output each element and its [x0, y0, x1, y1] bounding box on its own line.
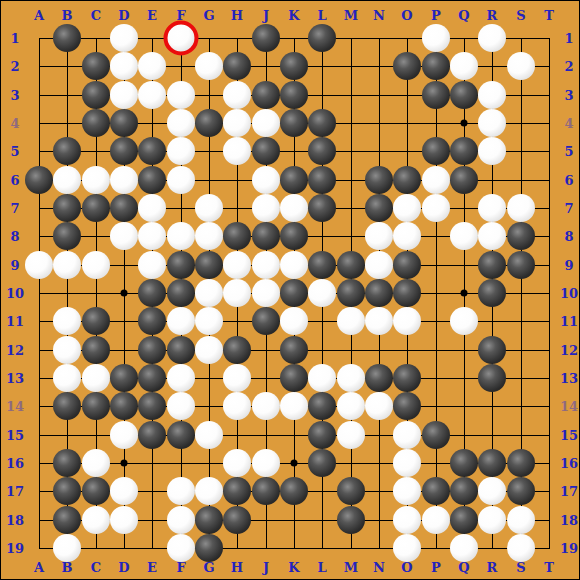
stone-white — [450, 52, 478, 80]
row-label-right: 14 — [560, 400, 578, 413]
star-point — [291, 460, 298, 467]
stone-white — [53, 307, 81, 335]
column-label-top: N — [373, 9, 385, 22]
stone-white — [167, 364, 195, 392]
stone-black — [337, 477, 365, 505]
column-label-bottom: E — [147, 561, 157, 574]
stone-white — [25, 251, 53, 279]
stone-black — [53, 506, 81, 534]
stone-white — [478, 194, 506, 222]
stone-white — [478, 137, 506, 165]
stone-black — [110, 194, 138, 222]
row-label-left: 2 — [10, 60, 19, 73]
stone-black — [53, 137, 81, 165]
stone-white — [53, 166, 81, 194]
column-label-top: H — [231, 9, 243, 22]
stone-black — [280, 364, 308, 392]
column-label-bottom: D — [118, 561, 129, 574]
row-label-left: 15 — [6, 429, 24, 442]
stone-white — [195, 52, 223, 80]
stone-white — [167, 137, 195, 165]
stone-white — [337, 364, 365, 392]
star-point — [121, 460, 128, 467]
stone-black — [308, 109, 336, 137]
stone-white — [223, 109, 251, 137]
column-label-top: Q — [458, 9, 469, 22]
stone-white — [393, 477, 421, 505]
grid-line-v — [549, 38, 550, 549]
stone-white — [110, 52, 138, 80]
stone-black — [507, 477, 535, 505]
stone-white — [507, 534, 535, 562]
column-label-top: R — [487, 9, 498, 22]
stone-black — [393, 364, 421, 392]
column-label-top: S — [516, 9, 525, 22]
stone-white — [478, 506, 506, 534]
column-label-bottom: A — [34, 561, 44, 574]
stone-black — [82, 81, 110, 109]
stone-black — [280, 336, 308, 364]
row-label-right: 16 — [560, 457, 578, 470]
stone-white — [110, 24, 138, 52]
stone-black — [252, 81, 280, 109]
stone-black — [252, 24, 280, 52]
stone-white — [478, 81, 506, 109]
stone-black — [53, 222, 81, 250]
stone-black — [365, 166, 393, 194]
stone-black — [280, 52, 308, 80]
stone-white — [138, 52, 166, 80]
grid-line-v — [39, 38, 40, 549]
stone-white — [138, 222, 166, 250]
stone-black — [167, 251, 195, 279]
stone-black — [138, 392, 166, 420]
row-label-left: 16 — [6, 457, 24, 470]
stone-white — [422, 194, 450, 222]
stone-black — [167, 421, 195, 449]
stone-black — [478, 279, 506, 307]
stone-black — [110, 109, 138, 137]
stone-black — [308, 421, 336, 449]
stone-black — [478, 336, 506, 364]
row-label-left: 3 — [10, 89, 19, 102]
column-label-bottom: P — [431, 561, 441, 574]
stone-white — [422, 24, 450, 52]
stone-black — [393, 251, 421, 279]
stone-white — [223, 449, 251, 477]
column-label-bottom: J — [263, 561, 269, 574]
stone-white — [478, 109, 506, 137]
column-label-bottom: C — [91, 561, 101, 574]
stone-white — [138, 194, 166, 222]
stone-white — [223, 137, 251, 165]
stone-white — [167, 81, 195, 109]
stone-black — [450, 81, 478, 109]
column-label-bottom: R — [487, 561, 498, 574]
stone-black — [337, 251, 365, 279]
stone-black — [365, 194, 393, 222]
last-move-marker — [164, 21, 199, 56]
row-label-right: 3 — [564, 89, 573, 102]
row-label-left: 6 — [10, 174, 19, 187]
star-point — [461, 120, 468, 127]
stone-black — [53, 24, 81, 52]
row-label-left: 17 — [6, 485, 24, 498]
column-label-bottom: O — [401, 561, 412, 574]
stone-white — [365, 392, 393, 420]
stone-white — [82, 166, 110, 194]
stone-white — [450, 534, 478, 562]
stone-black — [82, 392, 110, 420]
stone-black — [422, 52, 450, 80]
stone-black — [478, 364, 506, 392]
stone-black — [223, 506, 251, 534]
column-label-top: P — [431, 9, 441, 22]
row-label-left: 14 — [6, 400, 24, 413]
stone-white — [393, 534, 421, 562]
stone-black — [393, 279, 421, 307]
stone-white — [82, 364, 110, 392]
stone-white — [195, 194, 223, 222]
stone-white — [223, 81, 251, 109]
column-label-bottom: L — [317, 561, 326, 574]
column-label-bottom: S — [516, 561, 525, 574]
stone-white — [393, 421, 421, 449]
column-label-bottom: G — [203, 561, 214, 574]
stone-black — [308, 194, 336, 222]
stone-black — [450, 506, 478, 534]
column-label-bottom: M — [344, 561, 358, 574]
stone-black — [450, 449, 478, 477]
stone-white — [280, 194, 308, 222]
stone-white — [252, 251, 280, 279]
stone-black — [195, 506, 223, 534]
stone-white — [507, 506, 535, 534]
stone-white — [223, 364, 251, 392]
stone-white — [280, 392, 308, 420]
stone-black — [138, 166, 166, 194]
stone-black — [110, 392, 138, 420]
row-label-left: 18 — [6, 514, 24, 527]
column-label-top: M — [344, 9, 358, 22]
stone-white — [252, 392, 280, 420]
row-label-right: 17 — [560, 485, 578, 498]
row-label-right: 7 — [564, 202, 573, 215]
stone-white — [138, 251, 166, 279]
stone-white — [393, 222, 421, 250]
row-label-right: 1 — [564, 32, 573, 45]
stone-black — [82, 477, 110, 505]
stone-white — [337, 392, 365, 420]
stone-black — [308, 166, 336, 194]
stone-white — [223, 251, 251, 279]
stone-white — [82, 251, 110, 279]
stone-black — [223, 52, 251, 80]
stone-white — [422, 166, 450, 194]
stone-black — [507, 251, 535, 279]
stone-black — [53, 449, 81, 477]
stone-white — [393, 307, 421, 335]
stone-black — [138, 307, 166, 335]
stone-black — [280, 222, 308, 250]
stone-white — [82, 449, 110, 477]
go-board[interactable]: AABBCCDDEEFFGGHHJJKKLLMMNNOOPPQQRRSSTT11… — [0, 0, 580, 580]
stone-white — [53, 251, 81, 279]
stone-white — [167, 477, 195, 505]
star-point — [461, 290, 468, 297]
stone-black — [195, 109, 223, 137]
stone-white — [195, 421, 223, 449]
column-label-top: A — [34, 9, 44, 22]
row-label-left: 12 — [6, 344, 24, 357]
stone-white — [252, 109, 280, 137]
stone-white — [422, 506, 450, 534]
stone-black — [478, 251, 506, 279]
stone-black — [450, 166, 478, 194]
stone-black — [365, 364, 393, 392]
stone-black — [53, 392, 81, 420]
row-label-right: 2 — [564, 60, 573, 73]
row-label-left: 13 — [6, 372, 24, 385]
column-label-bottom: K — [288, 561, 299, 574]
column-label-bottom: F — [176, 561, 185, 574]
stone-white — [308, 364, 336, 392]
star-point — [121, 290, 128, 297]
grid-line-v — [436, 38, 437, 549]
stone-black — [393, 392, 421, 420]
stone-black — [110, 364, 138, 392]
stone-black — [223, 222, 251, 250]
stone-black — [422, 137, 450, 165]
row-label-left: 5 — [10, 145, 19, 158]
stone-white — [110, 222, 138, 250]
stone-white — [110, 421, 138, 449]
stone-white — [280, 251, 308, 279]
stone-white — [110, 166, 138, 194]
column-label-bottom: H — [231, 561, 243, 574]
column-label-bottom: T — [544, 561, 554, 574]
stone-black — [138, 421, 166, 449]
stone-white — [478, 222, 506, 250]
stone-white — [110, 506, 138, 534]
stone-white — [365, 251, 393, 279]
column-label-top: C — [91, 9, 101, 22]
stone-black — [308, 137, 336, 165]
row-label-right: 6 — [564, 174, 573, 187]
stone-black — [422, 421, 450, 449]
column-label-bottom: B — [62, 561, 73, 574]
stone-black — [82, 194, 110, 222]
stone-white — [337, 307, 365, 335]
column-label-top: L — [317, 9, 326, 22]
column-label-top: D — [118, 9, 129, 22]
row-label-right: 13 — [560, 372, 578, 385]
stone-white — [450, 307, 478, 335]
stone-white — [195, 279, 223, 307]
stone-white — [280, 307, 308, 335]
column-label-bottom: N — [373, 561, 385, 574]
stone-white — [110, 477, 138, 505]
stone-black — [53, 194, 81, 222]
stone-black — [252, 137, 280, 165]
stone-white — [110, 81, 138, 109]
stone-black — [82, 52, 110, 80]
stone-black — [223, 477, 251, 505]
stone-black — [507, 449, 535, 477]
stone-white — [393, 506, 421, 534]
stone-white — [138, 81, 166, 109]
column-label-top: J — [263, 9, 269, 22]
stone-black — [280, 477, 308, 505]
stone-black — [280, 109, 308, 137]
stone-white — [223, 392, 251, 420]
column-label-top: K — [288, 9, 299, 22]
stone-black — [252, 477, 280, 505]
stone-white — [393, 194, 421, 222]
stone-white — [167, 109, 195, 137]
column-label-bottom: Q — [458, 561, 469, 574]
stone-white — [195, 336, 223, 364]
stone-black — [308, 392, 336, 420]
stone-white — [82, 506, 110, 534]
stone-black — [337, 279, 365, 307]
stone-black — [450, 137, 478, 165]
stone-black — [110, 137, 138, 165]
column-label-top: B — [62, 9, 73, 22]
stone-white — [195, 307, 223, 335]
stone-white — [195, 477, 223, 505]
row-label-right: 12 — [560, 344, 578, 357]
stone-black — [138, 364, 166, 392]
row-label-right: 18 — [560, 514, 578, 527]
stone-black — [337, 506, 365, 534]
stone-black — [478, 449, 506, 477]
row-label-right: 10 — [560, 287, 578, 300]
stone-white — [167, 506, 195, 534]
stone-black — [308, 449, 336, 477]
stone-white — [53, 336, 81, 364]
stone-white — [252, 279, 280, 307]
stone-black — [25, 166, 53, 194]
stone-black — [138, 137, 166, 165]
row-label-right: 8 — [564, 230, 573, 243]
stone-black — [393, 166, 421, 194]
stone-black — [422, 477, 450, 505]
row-label-left: 10 — [6, 287, 24, 300]
column-label-top: E — [147, 9, 157, 22]
stone-black — [138, 279, 166, 307]
stone-black — [308, 251, 336, 279]
stone-white — [450, 222, 478, 250]
row-label-left: 8 — [10, 230, 19, 243]
row-label-right: 5 — [564, 145, 573, 158]
row-label-left: 7 — [10, 202, 19, 215]
stone-black — [82, 307, 110, 335]
stone-white — [167, 534, 195, 562]
stone-black — [53, 477, 81, 505]
stone-black — [365, 279, 393, 307]
stone-white — [252, 449, 280, 477]
stone-black — [450, 477, 478, 505]
stone-white — [507, 194, 535, 222]
stone-black — [280, 81, 308, 109]
row-label-left: 19 — [6, 542, 24, 555]
stone-black — [308, 24, 336, 52]
stone-black — [82, 336, 110, 364]
row-label-right: 19 — [560, 542, 578, 555]
stone-white — [337, 421, 365, 449]
stone-white — [167, 307, 195, 335]
stone-white — [478, 24, 506, 52]
stone-white — [167, 222, 195, 250]
stone-black — [280, 279, 308, 307]
stone-black — [393, 52, 421, 80]
stone-white — [365, 222, 393, 250]
stone-black — [252, 307, 280, 335]
row-label-right: 15 — [560, 429, 578, 442]
stone-white — [195, 222, 223, 250]
stone-white — [252, 194, 280, 222]
stone-white — [365, 307, 393, 335]
stone-black — [280, 166, 308, 194]
stone-white — [167, 166, 195, 194]
row-label-right: 11 — [560, 315, 578, 328]
row-label-left: 1 — [10, 32, 19, 45]
stone-white — [167, 392, 195, 420]
stone-white — [53, 534, 81, 562]
row-label-left: 9 — [10, 259, 19, 272]
stone-black — [422, 81, 450, 109]
row-label-right: 4 — [564, 117, 573, 130]
stone-black — [507, 222, 535, 250]
stone-white — [308, 279, 336, 307]
stone-white — [478, 477, 506, 505]
stone-white — [507, 52, 535, 80]
column-label-top: G — [203, 9, 214, 22]
row-label-right: 9 — [564, 259, 573, 272]
column-label-top: T — [544, 9, 554, 22]
stone-black — [195, 534, 223, 562]
stone-black — [252, 222, 280, 250]
stone-white — [53, 364, 81, 392]
stone-white — [393, 449, 421, 477]
stone-black — [138, 336, 166, 364]
column-label-top: O — [401, 9, 412, 22]
stone-black — [195, 251, 223, 279]
stone-white — [252, 166, 280, 194]
stone-black — [82, 109, 110, 137]
stone-black — [167, 279, 195, 307]
stone-black — [167, 336, 195, 364]
stone-white — [223, 279, 251, 307]
stone-black — [223, 336, 251, 364]
row-label-left: 11 — [6, 315, 24, 328]
row-label-left: 4 — [10, 117, 19, 130]
